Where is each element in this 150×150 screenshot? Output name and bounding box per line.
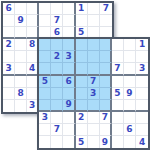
cell-r9c9-empty[interactable] bbox=[112, 112, 124, 124]
cell-r9c4-empty[interactable] bbox=[51, 112, 63, 124]
cell-r4c9-empty[interactable] bbox=[112, 51, 124, 63]
cell-r8c9-empty[interactable] bbox=[112, 100, 124, 112]
cell-r10c10-given[interactable]: 6 bbox=[124, 124, 136, 136]
cell-r3c0-given[interactable]: 2 bbox=[3, 39, 15, 51]
cell-r6c7-given[interactable]: 7 bbox=[88, 76, 100, 88]
cell-r5c6-empty[interactable] bbox=[76, 63, 88, 75]
cell-r8c10-empty[interactable] bbox=[124, 100, 136, 112]
cell-r3c5-empty[interactable] bbox=[63, 39, 75, 51]
cell-r7c8-empty[interactable] bbox=[100, 88, 112, 100]
cell-r1c7-empty[interactable] bbox=[88, 15, 100, 27]
cell-r7c9-given[interactable]: 5 bbox=[112, 88, 124, 100]
cell-r11c3-empty[interactable] bbox=[39, 136, 51, 148]
cell-r3c9-empty[interactable] bbox=[112, 39, 124, 51]
cell-r3c3-empty[interactable] bbox=[39, 39, 51, 51]
cell-r8c4-empty[interactable] bbox=[51, 100, 63, 112]
cell-r1c0-empty[interactable] bbox=[3, 15, 15, 27]
cell-r8c0-empty[interactable] bbox=[3, 100, 15, 112]
cell-r5c1-empty[interactable] bbox=[15, 63, 27, 75]
cell-r11c6-given[interactable]: 5 bbox=[76, 136, 88, 148]
cell-r8c11-empty[interactable] bbox=[136, 100, 148, 112]
cell-r11c9-empty[interactable] bbox=[112, 136, 124, 148]
cell-r4c0-empty[interactable] bbox=[3, 51, 15, 63]
cell-r1c6-empty[interactable] bbox=[76, 15, 88, 27]
cell-r0c8-given[interactable]: 7 bbox=[100, 3, 112, 15]
cell-r3c4-empty[interactable] bbox=[51, 39, 63, 51]
cell-r2c1-empty[interactable] bbox=[15, 27, 27, 39]
cell-r5c5-empty[interactable] bbox=[63, 63, 75, 75]
cell-r6c1-empty[interactable] bbox=[15, 76, 27, 88]
cell-r4c4-given[interactable]: 2 bbox=[51, 51, 63, 63]
cell-r5c7-empty[interactable] bbox=[88, 63, 100, 75]
cell-r9c8-given[interactable]: 7 bbox=[100, 112, 112, 124]
cell-r4c6-empty[interactable] bbox=[76, 51, 88, 63]
cell-r4c3-empty[interactable] bbox=[39, 51, 51, 63]
cell-r4c5-given[interactable]: 3 bbox=[63, 51, 75, 63]
cell-r3c7-empty[interactable] bbox=[88, 39, 100, 51]
sudoku-grid-b: 12373567359932776594 bbox=[37, 37, 150, 150]
cell-r8c7-empty[interactable] bbox=[88, 100, 100, 112]
cell-r6c10-empty[interactable] bbox=[124, 76, 136, 88]
cell-r10c5-empty[interactable] bbox=[63, 124, 75, 136]
cell-r11c11-given[interactable]: 4 bbox=[136, 136, 148, 148]
cell-r8c1-empty[interactable] bbox=[15, 100, 27, 112]
cell-r3c6-empty[interactable] bbox=[76, 39, 88, 51]
cell-r10c4-given[interactable]: 7 bbox=[51, 124, 63, 136]
cell-r8c5-given[interactable]: 9 bbox=[63, 100, 75, 112]
cell-r9c5-empty[interactable] bbox=[63, 112, 75, 124]
cell-r11c4-empty[interactable] bbox=[51, 136, 63, 148]
cell-r0c6-given[interactable]: 1 bbox=[76, 3, 88, 15]
cell-r4c10-empty[interactable] bbox=[124, 51, 136, 63]
cell-r10c9-empty[interactable] bbox=[112, 124, 124, 136]
cell-r0c7-empty[interactable] bbox=[88, 3, 100, 15]
cell-r10c8-empty[interactable] bbox=[100, 124, 112, 136]
cell-r11c5-empty[interactable] bbox=[63, 136, 75, 148]
cell-r0c1-empty[interactable] bbox=[15, 3, 27, 15]
cell-r5c9-given[interactable]: 7 bbox=[112, 63, 124, 75]
cell-r5c8-empty[interactable] bbox=[100, 63, 112, 75]
cell-r9c11-empty[interactable] bbox=[136, 112, 148, 124]
cell-r5c4-empty[interactable] bbox=[51, 63, 63, 75]
cell-r6c6-empty[interactable] bbox=[76, 76, 88, 88]
cell-r11c7-empty[interactable] bbox=[88, 136, 100, 148]
cell-r7c6-empty[interactable] bbox=[76, 88, 88, 100]
cell-r8c6-empty[interactable] bbox=[76, 100, 88, 112]
cell-r4c7-empty[interactable] bbox=[88, 51, 100, 63]
cell-r4c8-empty[interactable] bbox=[100, 51, 112, 63]
cell-r7c0-empty[interactable] bbox=[3, 88, 15, 100]
cell-r10c11-empty[interactable] bbox=[136, 124, 148, 136]
cell-r9c7-empty[interactable] bbox=[88, 112, 100, 124]
cell-r4c1-empty[interactable] bbox=[15, 51, 27, 63]
cell-r7c4-empty[interactable] bbox=[51, 88, 63, 100]
cell-r7c10-given[interactable]: 9 bbox=[124, 88, 136, 100]
cell-r3c10-empty[interactable] bbox=[124, 39, 136, 51]
cell-r2c0-empty[interactable] bbox=[3, 27, 15, 39]
cell-r6c9-empty[interactable] bbox=[112, 76, 124, 88]
cell-r10c7-empty[interactable] bbox=[88, 124, 100, 136]
cell-r6c11-empty[interactable] bbox=[136, 76, 148, 88]
cell-r3c8-empty[interactable] bbox=[100, 39, 112, 51]
cell-r1c5-empty[interactable] bbox=[63, 15, 75, 27]
cell-r0c2-empty[interactable] bbox=[27, 3, 39, 15]
cell-r1c4-given[interactable]: 7 bbox=[51, 15, 63, 27]
cell-r11c10-empty[interactable] bbox=[124, 136, 136, 148]
cell-r5c3-empty[interactable] bbox=[39, 63, 51, 75]
cell-r3c1-empty[interactable] bbox=[15, 39, 27, 51]
cell-r1c8-empty[interactable] bbox=[100, 15, 112, 27]
cell-r11c8-given[interactable]: 9 bbox=[100, 136, 112, 148]
cell-r0c5-empty[interactable] bbox=[63, 3, 75, 15]
cell-r0c0-given[interactable]: 6 bbox=[3, 3, 15, 15]
cell-r8c3-empty[interactable] bbox=[39, 100, 51, 112]
cell-r6c8-empty[interactable] bbox=[100, 76, 112, 88]
cell-r5c0-given[interactable]: 3 bbox=[3, 63, 15, 75]
cell-r0c4-empty[interactable] bbox=[51, 3, 63, 15]
cell-r4c11-empty[interactable] bbox=[136, 51, 148, 63]
cell-r7c1-given[interactable]: 8 bbox=[15, 88, 27, 100]
cell-r5c10-empty[interactable] bbox=[124, 63, 136, 75]
cell-r1c1-given[interactable]: 9 bbox=[15, 15, 27, 27]
cell-r10c3-empty[interactable] bbox=[39, 124, 51, 136]
cell-r6c5-given[interactable]: 6 bbox=[63, 76, 75, 88]
cell-r10c6-empty[interactable] bbox=[76, 124, 88, 136]
cell-r7c11-empty[interactable] bbox=[136, 88, 148, 100]
cell-r1c3-empty[interactable] bbox=[39, 15, 51, 27]
cell-r6c3-given[interactable]: 5 bbox=[39, 76, 51, 88]
cell-r9c10-empty[interactable] bbox=[124, 112, 136, 124]
cell-r7c3-empty[interactable] bbox=[39, 88, 51, 100]
cell-r9c6-given[interactable]: 2 bbox=[76, 112, 88, 124]
cell-r9c3-given[interactable]: 3 bbox=[39, 112, 51, 124]
puzzle-board: 6179765283483 12373567359932776594 bbox=[0, 0, 150, 150]
cell-r5c11-given[interactable]: 3 bbox=[136, 63, 148, 75]
cell-r7c7-given[interactable]: 3 bbox=[88, 88, 100, 100]
cell-r3c11-given[interactable]: 1 bbox=[136, 39, 148, 51]
cell-r0c3-empty[interactable] bbox=[39, 3, 51, 15]
cell-r7c5-empty[interactable] bbox=[63, 88, 75, 100]
cell-r1c2-empty[interactable] bbox=[27, 15, 39, 27]
cell-r6c4-empty[interactable] bbox=[51, 76, 63, 88]
cell-r8c8-empty[interactable] bbox=[100, 100, 112, 112]
cell-r6c0-empty[interactable] bbox=[3, 76, 15, 88]
